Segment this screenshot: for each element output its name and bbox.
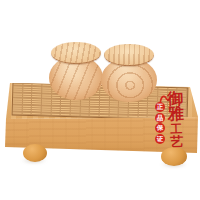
grid-cell <box>22 113 32 115</box>
grid-cell <box>32 113 42 115</box>
grid-cell <box>90 115 100 117</box>
grid-cell <box>42 114 52 116</box>
grid-cell <box>119 116 129 118</box>
grid-cell <box>71 114 81 116</box>
goban-foot-right <box>161 147 187 166</box>
grid-cell <box>51 114 61 116</box>
grid-cell <box>100 115 110 117</box>
goban-foot-left <box>23 144 47 162</box>
go-bowl-right <box>101 44 157 102</box>
grid-cell <box>13 113 23 115</box>
go-bowl-left <box>49 42 103 100</box>
bowl-lid <box>51 42 101 64</box>
bowl-lid <box>104 44 154 66</box>
grid-cell <box>109 116 119 118</box>
grid-cell <box>61 114 71 116</box>
grid-cell <box>80 115 90 117</box>
product-photo: 正 品 保 证 御 雅 工 艺 <box>0 0 200 200</box>
